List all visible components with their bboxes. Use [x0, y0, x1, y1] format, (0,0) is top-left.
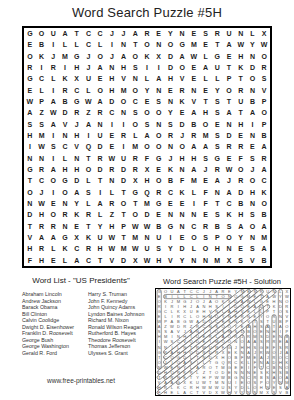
grid-cell: K	[36, 51, 48, 62]
grid-cell: U	[118, 153, 130, 164]
solution-word-markers	[156, 289, 290, 395]
grid-cell: O	[176, 141, 188, 152]
grid-cell: L	[59, 153, 71, 164]
grid-cell: S	[200, 232, 212, 243]
grid-cell: F	[235, 153, 247, 164]
grid-cell: G	[129, 187, 141, 198]
grid-cell: D	[165, 62, 177, 73]
grid-cell: A	[258, 221, 270, 232]
grid-cell: Y	[94, 221, 106, 232]
word-search-grid: GOUATCCJJAREYNESRUNLXEBILLCLINTONOGMETAW…	[22, 26, 272, 268]
grid-cell: K	[176, 96, 188, 107]
grid-cell: Y	[176, 255, 188, 266]
grid-cell: R	[106, 164, 118, 175]
grid-cell: X	[129, 255, 141, 266]
grid-cell: E	[47, 255, 59, 266]
grid-cell: E	[165, 85, 177, 96]
grid-cell: R	[165, 130, 177, 141]
grid-cell: I	[47, 187, 59, 198]
grid-cell: B	[36, 39, 48, 50]
grid-cell: S	[235, 255, 247, 266]
grid-cell: A	[118, 51, 130, 62]
grid-cell: R	[235, 85, 247, 96]
grid-cell: N	[71, 153, 83, 164]
solution-word-marker	[156, 294, 264, 381]
grid-cell: R	[118, 130, 130, 141]
grid-cell: N	[59, 130, 71, 141]
grid-cell: W	[106, 153, 118, 164]
grid-cell: C	[106, 107, 118, 118]
grid-cell: H	[106, 221, 118, 232]
grid-cell: E	[153, 164, 165, 175]
grid-cell: V	[165, 255, 177, 266]
grid-cell: T	[235, 107, 247, 118]
grid-cell: R	[36, 164, 48, 175]
grid-cell: H	[235, 51, 247, 62]
grid-cell: N	[59, 221, 71, 232]
word-list-column-right: Harry S. TrumanJohn F. KennedyJohn Quinc…	[88, 291, 154, 356]
grid-cell: P	[36, 96, 48, 107]
grid-cell: Y	[247, 39, 259, 50]
grid-cell: O	[59, 187, 71, 198]
grid-cell: M	[200, 130, 212, 141]
grid-cell: C	[36, 175, 48, 186]
grid-cell: R	[47, 221, 59, 232]
grid-cell: U	[223, 28, 235, 39]
grid-cell: S	[165, 119, 177, 130]
grid-cell: O	[141, 39, 153, 50]
grid-cell: Y	[165, 243, 177, 254]
grid-cell: R	[83, 243, 95, 254]
grid-cell: B	[258, 255, 270, 266]
grid-cell: O	[153, 107, 165, 118]
grid-cell: C	[258, 175, 270, 186]
grid-cell: O	[129, 209, 141, 220]
grid-cell: U	[94, 232, 106, 243]
grid-cell: G	[153, 153, 165, 164]
grid-cell: I	[165, 232, 177, 243]
grid-cell: E	[188, 28, 200, 39]
grid-cell: K	[176, 187, 188, 198]
grid-cell: V	[176, 73, 188, 84]
grid-cell: S	[211, 141, 223, 152]
grid-cell: Y	[165, 28, 177, 39]
grid-cell: X	[71, 73, 83, 84]
grid-cell: N	[118, 39, 130, 50]
grid-cell: O	[258, 107, 270, 118]
grid-cell: N	[24, 198, 36, 209]
solution-word-marker	[246, 325, 250, 395]
solution-word-marker	[227, 345, 231, 395]
grid-cell: W	[47, 107, 59, 118]
grid-cell: I	[188, 198, 200, 209]
solution-word-marker	[175, 329, 245, 385]
grid-cell: T	[200, 96, 212, 107]
grid-cell: V	[247, 255, 259, 266]
grid-cell: S	[211, 107, 223, 118]
grid-cell: D	[223, 130, 235, 141]
grid-cell: F	[141, 153, 153, 164]
grid-cell: H	[165, 73, 177, 84]
grid-cell: A	[235, 221, 247, 232]
grid-cell: R	[71, 107, 83, 118]
grid-cell: M	[129, 141, 141, 152]
grid-cell: K	[235, 62, 247, 73]
grid-cell: L	[247, 28, 259, 39]
grid-cell: H	[118, 62, 130, 73]
grid-cell: V	[71, 141, 83, 152]
grid-cell: A	[36, 232, 48, 243]
grid-cell: J	[47, 51, 59, 62]
word-list-item: Gerald R. Ford	[22, 350, 86, 357]
grid-cell: O	[94, 51, 106, 62]
grid-cell: T	[24, 221, 36, 232]
grid-cell: V	[24, 232, 36, 243]
grid-cell: Q	[141, 187, 153, 198]
grid-cell: W	[188, 51, 200, 62]
grid-cell: U	[141, 243, 153, 254]
grid-cell: D	[176, 243, 188, 254]
grid-cell: E	[141, 96, 153, 107]
grid-cell: D	[165, 51, 177, 62]
grid-cell: X	[129, 175, 141, 186]
grid-cell: I	[59, 62, 71, 73]
grid-cell: E	[188, 73, 200, 84]
grid-cell: B	[258, 209, 270, 220]
grid-cell: N	[118, 107, 130, 118]
grid-cell: S	[141, 119, 153, 130]
grid-cell: N	[247, 85, 259, 96]
grid-cell: V	[118, 73, 130, 84]
grid-cell: C	[71, 85, 83, 96]
grid-cell: J	[165, 153, 177, 164]
grid-cell: E	[24, 85, 36, 96]
grid-cell: H	[235, 209, 247, 220]
grid-cell: J	[36, 187, 48, 198]
grid-cell: R	[83, 209, 95, 220]
grid-cell: M	[211, 255, 223, 266]
grid-cell: S	[47, 141, 59, 152]
grid-cell: A	[129, 28, 141, 39]
grid-cell: I	[106, 39, 118, 50]
word-list-item: Ulysses S. Grant	[88, 350, 154, 357]
grid-cell: N	[223, 119, 235, 130]
grid-cell: M	[258, 232, 270, 243]
grid-cell: N	[176, 28, 188, 39]
grid-cell: T	[94, 255, 106, 266]
grid-cell: I	[247, 119, 259, 130]
grid-cell: B	[188, 119, 200, 130]
grid-cell: A	[223, 187, 235, 198]
grid-cell: S	[200, 28, 212, 39]
grid-cell: W	[129, 243, 141, 254]
grid-cell: N	[188, 209, 200, 220]
grid-cell: W	[129, 221, 141, 232]
grid-cell: E	[223, 153, 235, 164]
grid-cell: M	[118, 243, 130, 254]
grid-cell: O	[200, 243, 212, 254]
grid-cell: O	[153, 141, 165, 152]
grid-cell: A	[258, 243, 270, 254]
grid-cell: J	[83, 51, 95, 62]
grid-cell: I	[47, 39, 59, 50]
grid-cell: N	[165, 141, 177, 152]
grid-cell: A	[71, 255, 83, 266]
solution-word-marker	[272, 315, 276, 395]
grid-cell: G	[153, 198, 165, 209]
grid-cell: I	[94, 187, 106, 198]
grid-cell: O	[223, 232, 235, 243]
word-list-column-left: Abraham LincolnAndrew JacksonBarack Obam…	[22, 291, 86, 356]
grid-cell: T	[118, 232, 130, 243]
grid-cell: N	[59, 198, 71, 209]
grid-cell: L	[141, 73, 153, 84]
grid-cell: I	[118, 119, 130, 130]
grid-cell: O	[247, 175, 259, 186]
grid-cell: D	[106, 96, 118, 107]
grid-cell: A	[247, 107, 259, 118]
grid-cell: K	[141, 51, 153, 62]
grid-cell: R	[36, 221, 48, 232]
grid-cell: N	[94, 119, 106, 130]
grid-cell: W	[106, 232, 118, 243]
grid-cell: V	[258, 85, 270, 96]
grid-cell: S	[36, 119, 48, 130]
solution-word-marker	[266, 325, 270, 390]
grid-cell: I	[83, 130, 95, 141]
grid-cell: R	[94, 153, 106, 164]
grid-cell: W	[36, 141, 48, 152]
grid-cell: E	[200, 85, 212, 96]
grid-cell: L	[211, 73, 223, 84]
grid-cell: J	[247, 164, 259, 175]
grid-cell: T	[24, 175, 36, 186]
grid-cell: N	[223, 243, 235, 254]
grid-cell: R	[59, 209, 71, 220]
grid-cell: C	[83, 28, 95, 39]
grid-cell: S	[258, 73, 270, 84]
grid-cell: R	[223, 141, 235, 152]
grid-cell: O	[176, 62, 188, 73]
grid-cell: V	[106, 255, 118, 266]
grid-cell: L	[83, 175, 95, 186]
grid-cell: X	[153, 51, 165, 62]
grid-cell: H	[153, 255, 165, 266]
grid-cell: R	[153, 187, 165, 198]
grid-cell: H	[59, 164, 71, 175]
grid-cell: O	[47, 209, 59, 220]
grid-cell: D	[24, 209, 36, 220]
footer-url: www.free-printables.net	[8, 377, 154, 384]
solution-word-marker	[163, 294, 231, 298]
grid-cell: R	[129, 153, 141, 164]
grid-cell: J	[83, 62, 95, 73]
grid-cell: P	[258, 119, 270, 130]
grid-cell: H	[176, 153, 188, 164]
grid-cell: E	[165, 198, 177, 209]
grid-cell: L	[59, 255, 71, 266]
grid-cell: G	[24, 164, 36, 175]
solution-title: Word Search Puzzle #5H - Solution	[150, 277, 294, 286]
grid-cell: L	[47, 243, 59, 254]
grid-cell: V	[188, 96, 200, 107]
grid-cell: A	[83, 119, 95, 130]
grid-cell: O	[223, 85, 235, 96]
grid-cell: D	[118, 255, 130, 266]
grid-cell: N	[200, 255, 212, 266]
grid-cell: G	[211, 51, 223, 62]
grid-cell: R	[24, 62, 36, 73]
grid-cell: D	[94, 164, 106, 175]
grid-cell: O	[129, 51, 141, 62]
grid-cell: A	[47, 232, 59, 243]
grid-cell: E	[223, 51, 235, 62]
grid-cell: J	[118, 28, 130, 39]
grid-cell: J	[106, 28, 118, 39]
grid-cell: W	[141, 255, 153, 266]
grid-cell: M	[118, 85, 130, 96]
grid-cell: R	[176, 85, 188, 96]
grid-cell: N	[247, 198, 259, 209]
solution-word-marker	[163, 289, 252, 360]
grid-cell: O	[36, 28, 48, 39]
grid-cell: M	[188, 39, 200, 50]
grid-cell: D	[247, 62, 259, 73]
grid-cell: A	[188, 107, 200, 118]
grid-cell: R	[258, 62, 270, 73]
grid-cell: E	[200, 175, 212, 186]
grid-cell: L	[106, 187, 118, 198]
grid-cell: F	[200, 198, 212, 209]
grid-cell: K	[59, 243, 71, 254]
grid-cell: O	[258, 198, 270, 209]
grid-cell: Y	[71, 198, 83, 209]
grid-cell: F	[200, 187, 212, 198]
grid-cell: O	[200, 119, 212, 130]
grid-cell: A	[223, 39, 235, 50]
grid-cell: T	[129, 198, 141, 209]
grid-cell: W	[258, 39, 270, 50]
grid-cell: H	[247, 187, 259, 198]
grid-cell: T	[118, 187, 130, 198]
grid-cell: Y	[235, 232, 247, 243]
grid-cell: A	[59, 28, 71, 39]
grid-cell: L	[129, 130, 141, 141]
solution-word-marker	[156, 289, 264, 375]
grid-cell: D	[176, 119, 188, 130]
grid-cell: S	[211, 209, 223, 220]
grid-cell: X	[258, 28, 270, 39]
grid-cell: R	[106, 198, 118, 209]
grid-cell: W	[36, 198, 48, 209]
grid-cell: G	[165, 221, 177, 232]
grid-cell: N	[235, 28, 247, 39]
grid-cell: A	[24, 107, 36, 118]
grid-cell: J	[200, 164, 212, 175]
grid-cell: U	[83, 73, 95, 84]
page-title: Word Search Puzzle #5H	[0, 5, 294, 20]
grid-cell: I	[47, 153, 59, 164]
grid-cell: N	[24, 153, 36, 164]
grid-cell: H	[211, 243, 223, 254]
grid-cell: L	[83, 198, 95, 209]
solution-word-marker	[278, 289, 282, 384]
grid-cell: A	[47, 119, 59, 130]
grid-cell: S	[153, 96, 165, 107]
grid-cell: G	[24, 73, 36, 84]
grid-cell: L	[59, 39, 71, 50]
grid-cell: T	[71, 28, 83, 39]
grid-cell: L	[71, 39, 83, 50]
grid-cell: W	[106, 243, 118, 254]
grid-cell: N	[176, 209, 188, 220]
grid-cell: O	[129, 119, 141, 130]
grid-cell: O	[141, 107, 153, 118]
grid-cell: S	[129, 107, 141, 118]
grid-cell: C	[129, 96, 141, 107]
grid-cell: A	[200, 62, 212, 73]
grid-cell: D	[141, 209, 153, 220]
grid-cell: G	[59, 175, 71, 186]
grid-cell: R	[211, 28, 223, 39]
grid-cell: G	[24, 28, 36, 39]
grid-cell: J	[223, 175, 235, 186]
grid-cell: O	[118, 198, 130, 209]
grid-cell: I	[118, 141, 130, 152]
grid-cell: R	[141, 28, 153, 39]
grid-cell: U	[211, 62, 223, 73]
grid-cell: K	[59, 73, 71, 84]
grid-cell: I	[47, 85, 59, 96]
grid-cell: O	[141, 141, 153, 152]
solution-word-marker	[156, 329, 232, 390]
grid-cell: N	[106, 175, 118, 186]
grid-cell: H	[200, 107, 212, 118]
grid-cell: T	[235, 73, 247, 84]
grid-cell: J	[106, 51, 118, 62]
grid-cell: K	[83, 232, 95, 243]
grid-cell: B	[153, 221, 165, 232]
solution-word-marker	[157, 289, 161, 369]
grid-cell: H	[188, 153, 200, 164]
grid-cell: O	[258, 51, 270, 62]
grid-cell: E	[106, 130, 118, 141]
grid-cell: G	[211, 153, 223, 164]
grid-cell: H	[106, 85, 118, 96]
grid-cell: H	[71, 62, 83, 73]
grid-cell: L	[188, 187, 200, 198]
grid-cell: O	[24, 51, 36, 62]
grid-cell: G	[71, 51, 83, 62]
grid-cell: O	[247, 73, 259, 84]
grid-cell: M	[141, 198, 153, 209]
grid-cell: A	[153, 73, 165, 84]
grid-cell: S	[153, 243, 165, 254]
grid-cell: N	[188, 85, 200, 96]
grid-cell: O	[153, 130, 165, 141]
grid-cell: G	[176, 39, 188, 50]
solution-word-marker	[240, 335, 244, 395]
grid-cell: B	[211, 221, 223, 232]
grid-cell: T	[83, 221, 95, 232]
grid-cell: K	[223, 209, 235, 220]
grid-cell: C	[59, 141, 71, 152]
grid-cell: K	[165, 164, 177, 175]
grid-cell: N	[247, 51, 259, 62]
grid-cell: A	[94, 198, 106, 209]
grid-cell: R	[188, 130, 200, 141]
grid-cell: G	[59, 232, 71, 243]
